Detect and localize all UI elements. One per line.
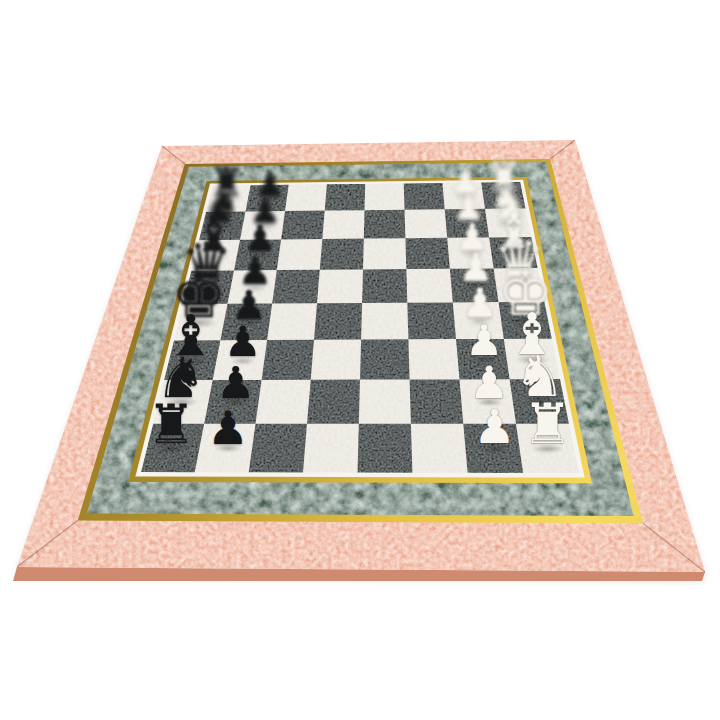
piece-white-rook[interactable]: ♜: [523, 397, 573, 452]
chess-board-photo: ♜♞♝♛♚♝♞♜♟♟♟♟♟♟♟♟♟♟♟♟♟♟♟♟♜♞♝♛♚♝♞♜: [0, 0, 720, 720]
piece-black-rook[interactable]: ♜: [147, 397, 196, 451]
piece-black-pawn[interactable]: ♟: [207, 405, 248, 451]
piece-white-pawn[interactable]: ♟: [469, 360, 509, 405]
piece-white-pawn[interactable]: ♟: [474, 404, 516, 451]
pieces-layer: ♜♞♝♛♚♝♞♜♟♟♟♟♟♟♟♟♟♟♟♟♟♟♟♟♜♞♝♛♚♝♞♜: [0, 0, 720, 720]
piece-black-pawn[interactable]: ♟: [216, 361, 255, 405]
